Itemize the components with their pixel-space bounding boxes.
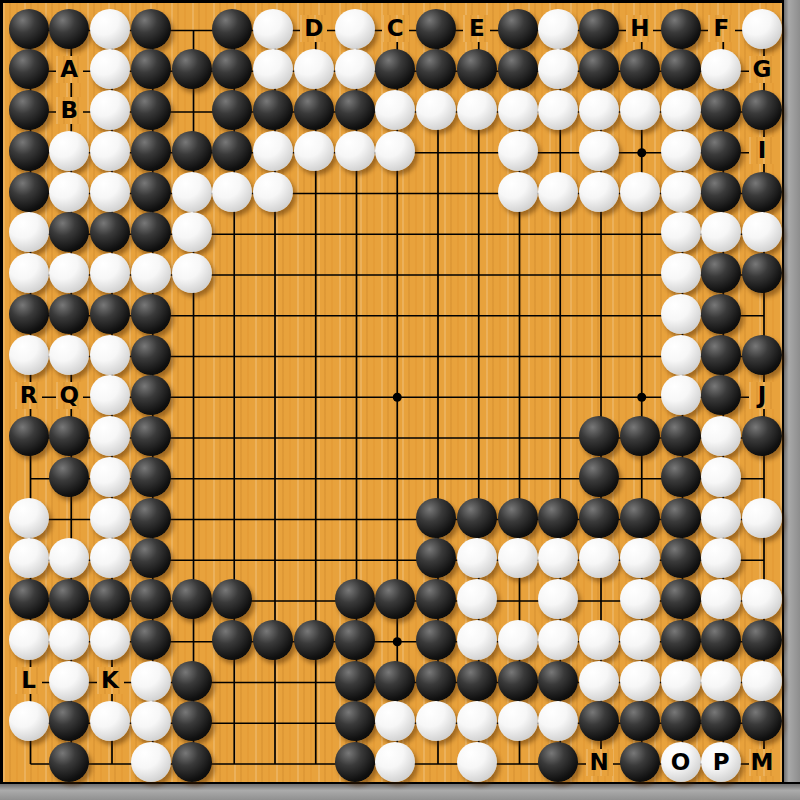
white-stone[interactable]: [538, 620, 578, 660]
white-stone[interactable]: [742, 9, 782, 49]
black-stone[interactable]: [131, 294, 171, 334]
point-label-C: C: [382, 15, 409, 42]
black-stone[interactable]: [742, 253, 782, 293]
white-stone[interactable]: [172, 212, 212, 252]
black-stone[interactable]: [620, 416, 660, 456]
white-stone[interactable]: [538, 90, 578, 130]
white-stone[interactable]: [498, 172, 538, 212]
white-stone[interactable]: [538, 172, 578, 212]
white-stone[interactable]: [49, 661, 89, 701]
black-stone[interactable]: [620, 742, 660, 782]
white-stone[interactable]: [90, 253, 130, 293]
black-stone[interactable]: [701, 335, 741, 375]
black-stone[interactable]: [294, 620, 334, 660]
black-stone[interactable]: [579, 701, 619, 741]
black-stone[interactable]: [90, 212, 130, 252]
black-stone[interactable]: [212, 90, 252, 130]
black-stone[interactable]: [253, 620, 293, 660]
white-stone[interactable]: [579, 172, 619, 212]
black-stone[interactable]: [661, 49, 701, 89]
black-stone[interactable]: [661, 9, 701, 49]
black-stone[interactable]: [335, 742, 375, 782]
white-stone[interactable]: [49, 131, 89, 171]
point-label-G: G: [749, 56, 776, 83]
black-stone[interactable]: [131, 620, 171, 660]
black-stone[interactable]: [416, 579, 456, 619]
black-stone[interactable]: [538, 498, 578, 538]
white-stone[interactable]: [90, 131, 130, 171]
black-stone[interactable]: [9, 294, 49, 334]
white-stone[interactable]: [620, 661, 660, 701]
black-stone[interactable]: [620, 498, 660, 538]
black-stone[interactable]: [498, 498, 538, 538]
black-stone[interactable]: [131, 416, 171, 456]
white-stone[interactable]: [742, 212, 782, 252]
white-stone[interactable]: [701, 416, 741, 456]
white-stone[interactable]: [9, 538, 49, 578]
black-stone[interactable]: [335, 701, 375, 741]
black-stone[interactable]: [9, 416, 49, 456]
black-stone[interactable]: [742, 90, 782, 130]
black-stone[interactable]: [661, 416, 701, 456]
white-stone[interactable]: [9, 620, 49, 660]
black-stone[interactable]: [49, 9, 89, 49]
white-stone[interactable]: [661, 375, 701, 415]
black-stone[interactable]: [131, 131, 171, 171]
white-stone[interactable]: [49, 172, 89, 212]
black-stone[interactable]: [701, 172, 741, 212]
black-stone[interactable]: [9, 579, 49, 619]
black-stone[interactable]: [742, 620, 782, 660]
black-stone[interactable]: [661, 701, 701, 741]
black-stone[interactable]: [661, 579, 701, 619]
white-stone[interactable]: [9, 498, 49, 538]
point-label-Q: Q: [56, 382, 83, 409]
black-stone[interactable]: [172, 701, 212, 741]
point-label-E: E: [463, 15, 490, 42]
white-stone[interactable]: [49, 620, 89, 660]
black-stone[interactable]: [9, 131, 49, 171]
white-stone[interactable]: [253, 49, 293, 89]
white-stone[interactable]: [90, 9, 130, 49]
white-stone[interactable]: [661, 172, 701, 212]
white-stone[interactable]: [661, 335, 701, 375]
black-stone[interactable]: [661, 538, 701, 578]
white-stone[interactable]: [742, 498, 782, 538]
white-stone[interactable]: [457, 538, 497, 578]
white-stone[interactable]: [701, 498, 741, 538]
black-stone[interactable]: [9, 172, 49, 212]
white-stone[interactable]: [538, 579, 578, 619]
black-stone[interactable]: [579, 416, 619, 456]
white-stone[interactable]: [498, 90, 538, 130]
black-stone[interactable]: [131, 335, 171, 375]
white-stone[interactable]: [131, 742, 171, 782]
black-stone[interactable]: [131, 172, 171, 212]
point-label-I: I: [749, 137, 776, 164]
white-stone[interactable]: [335, 9, 375, 49]
black-stone[interactable]: [131, 457, 171, 497]
white-stone[interactable]: [90, 498, 130, 538]
point-label-P: P: [701, 742, 741, 782]
black-stone[interactable]: [212, 131, 252, 171]
black-stone[interactable]: [742, 701, 782, 741]
star-point: [637, 393, 646, 402]
black-stone[interactable]: [172, 49, 212, 89]
white-stone[interactable]: [131, 253, 171, 293]
black-stone[interactable]: [335, 620, 375, 660]
black-stone[interactable]: [131, 212, 171, 252]
white-stone[interactable]: [579, 90, 619, 130]
black-stone[interactable]: [498, 9, 538, 49]
white-stone[interactable]: [620, 172, 660, 212]
point-label-B: B: [56, 97, 83, 124]
white-stone[interactable]: [131, 701, 171, 741]
white-stone[interactable]: [294, 131, 334, 171]
white-stone[interactable]: [9, 701, 49, 741]
black-stone[interactable]: [131, 498, 171, 538]
black-stone[interactable]: [457, 49, 497, 89]
black-stone[interactable]: [661, 498, 701, 538]
white-stone[interactable]: [253, 172, 293, 212]
point-label-J: J: [749, 382, 776, 409]
point-label-L: L: [15, 667, 42, 694]
point-label-K: K: [97, 667, 124, 694]
point-label-A: A: [56, 56, 83, 83]
black-stone[interactable]: [457, 661, 497, 701]
white-stone[interactable]: [416, 90, 456, 130]
black-stone[interactable]: [172, 579, 212, 619]
white-stone[interactable]: [253, 9, 293, 49]
white-stone[interactable]: [579, 131, 619, 171]
white-stone[interactable]: [90, 49, 130, 89]
black-stone[interactable]: [131, 538, 171, 578]
black-stone[interactable]: [172, 131, 212, 171]
black-stone[interactable]: [131, 90, 171, 130]
black-stone[interactable]: [375, 661, 415, 701]
black-stone[interactable]: [90, 294, 130, 334]
black-stone[interactable]: [620, 701, 660, 741]
point-label-D: D: [300, 15, 327, 42]
black-stone[interactable]: [416, 9, 456, 49]
white-stone[interactable]: [498, 538, 538, 578]
black-stone[interactable]: [49, 294, 89, 334]
white-stone[interactable]: [498, 131, 538, 171]
white-stone[interactable]: [90, 172, 130, 212]
point-label-R: R: [15, 382, 42, 409]
black-stone[interactable]: [416, 620, 456, 660]
black-stone[interactable]: [49, 416, 89, 456]
white-stone[interactable]: [375, 742, 415, 782]
white-stone[interactable]: [49, 253, 89, 293]
black-stone[interactable]: [498, 661, 538, 701]
black-stone[interactable]: [9, 9, 49, 49]
white-stone[interactable]: [457, 701, 497, 741]
black-stone[interactable]: [49, 742, 89, 782]
black-stone[interactable]: [9, 90, 49, 130]
white-stone[interactable]: [335, 131, 375, 171]
black-stone[interactable]: [620, 49, 660, 89]
white-stone[interactable]: [9, 335, 49, 375]
black-stone[interactable]: [661, 457, 701, 497]
white-stone[interactable]: [416, 701, 456, 741]
white-stone[interactable]: [701, 579, 741, 619]
white-stone[interactable]: [90, 701, 130, 741]
black-stone[interactable]: [131, 9, 171, 49]
white-stone[interactable]: [579, 620, 619, 660]
white-stone[interactable]: [579, 661, 619, 701]
white-stone[interactable]: [253, 131, 293, 171]
white-stone[interactable]: [498, 620, 538, 660]
black-stone[interactable]: [579, 9, 619, 49]
black-stone[interactable]: [701, 294, 741, 334]
black-stone[interactable]: [294, 90, 334, 130]
white-stone[interactable]: [661, 90, 701, 130]
white-stone[interactable]: [212, 172, 252, 212]
black-stone[interactable]: [457, 498, 497, 538]
black-stone[interactable]: [579, 498, 619, 538]
black-stone[interactable]: [212, 9, 252, 49]
white-stone[interactable]: [294, 49, 334, 89]
white-stone[interactable]: [661, 253, 701, 293]
black-stone[interactable]: [498, 49, 538, 89]
black-stone[interactable]: [335, 661, 375, 701]
white-stone[interactable]: [375, 131, 415, 171]
black-stone[interactable]: [701, 620, 741, 660]
black-stone[interactable]: [538, 742, 578, 782]
star-point: [393, 393, 402, 402]
black-stone[interactable]: [375, 579, 415, 619]
black-stone[interactable]: [416, 49, 456, 89]
white-stone[interactable]: [579, 538, 619, 578]
white-stone[interactable]: [49, 335, 89, 375]
white-stone[interactable]: [620, 538, 660, 578]
white-stone[interactable]: [661, 661, 701, 701]
black-stone[interactable]: [335, 90, 375, 130]
white-stone[interactable]: [9, 212, 49, 252]
go-board[interactable]: ABCDEFGHIJKLMNOPQR: [0, 0, 800, 800]
white-stone[interactable]: [701, 661, 741, 701]
white-stone[interactable]: [90, 416, 130, 456]
black-stone[interactable]: [212, 579, 252, 619]
point-label-O: O: [661, 742, 701, 782]
star-point: [393, 637, 402, 646]
white-stone[interactable]: [457, 579, 497, 619]
white-stone[interactable]: [90, 620, 130, 660]
white-stone[interactable]: [90, 457, 130, 497]
black-stone[interactable]: [742, 172, 782, 212]
white-stone[interactable]: [661, 131, 701, 171]
black-stone[interactable]: [701, 253, 741, 293]
black-stone[interactable]: [49, 579, 89, 619]
white-stone[interactable]: [620, 90, 660, 130]
white-stone[interactable]: [742, 661, 782, 701]
white-stone[interactable]: [620, 579, 660, 619]
white-stone[interactable]: [701, 457, 741, 497]
black-stone[interactable]: [742, 416, 782, 456]
point-label-H: H: [626, 15, 653, 42]
black-stone[interactable]: [661, 620, 701, 660]
white-stone[interactable]: [457, 90, 497, 130]
white-stone[interactable]: [538, 9, 578, 49]
white-stone[interactable]: [90, 538, 130, 578]
white-stone[interactable]: [457, 620, 497, 660]
white-stone[interactable]: [335, 49, 375, 89]
black-stone[interactable]: [701, 131, 741, 171]
white-stone[interactable]: [620, 620, 660, 660]
black-stone[interactable]: [131, 375, 171, 415]
black-stone[interactable]: [9, 49, 49, 89]
black-stone[interactable]: [538, 661, 578, 701]
black-stone[interactable]: [579, 457, 619, 497]
black-stone[interactable]: [253, 90, 293, 130]
black-stone[interactable]: [212, 620, 252, 660]
black-stone[interactable]: [131, 579, 171, 619]
white-stone[interactable]: [375, 90, 415, 130]
black-stone[interactable]: [90, 579, 130, 619]
point-label-F: F: [708, 15, 735, 42]
point-label-M: M: [749, 749, 776, 776]
black-stone[interactable]: [335, 579, 375, 619]
white-stone[interactable]: [90, 335, 130, 375]
white-stone[interactable]: [172, 172, 212, 212]
white-stone[interactable]: [498, 701, 538, 741]
black-stone[interactable]: [49, 457, 89, 497]
white-stone[interactable]: [742, 579, 782, 619]
black-stone[interactable]: [172, 661, 212, 701]
point-label-N: N: [586, 749, 613, 776]
white-stone[interactable]: [131, 661, 171, 701]
white-stone[interactable]: [172, 253, 212, 293]
black-stone[interactable]: [416, 538, 456, 578]
star-point: [637, 148, 646, 157]
white-stone[interactable]: [90, 375, 130, 415]
black-stone[interactable]: [742, 335, 782, 375]
black-stone[interactable]: [579, 49, 619, 89]
white-stone[interactable]: [90, 90, 130, 130]
white-stone[interactable]: [9, 253, 49, 293]
white-stone[interactable]: [661, 294, 701, 334]
black-stone[interactable]: [416, 498, 456, 538]
black-stone[interactable]: [701, 90, 741, 130]
black-stone[interactable]: [172, 742, 212, 782]
white-stone[interactable]: [457, 742, 497, 782]
white-stone[interactable]: [661, 212, 701, 252]
black-stone[interactable]: [416, 661, 456, 701]
black-stone[interactable]: [131, 49, 171, 89]
